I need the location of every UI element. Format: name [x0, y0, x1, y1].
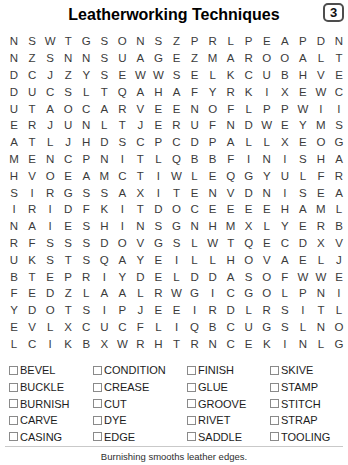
grid-cell-r9c3[interactable]: O	[41, 167, 59, 184]
grid-cell-r6c5[interactable]: N	[77, 117, 95, 134]
grid-cell-r18c19[interactable]: O	[330, 319, 348, 336]
grid-cell-r4c8[interactable]: A	[131, 83, 149, 100]
grid-cell-r4c5[interactable]: L	[77, 83, 95, 100]
grid-cell-r19c16[interactable]: I	[276, 335, 294, 352]
grid-cell-r11c10[interactable]: O	[167, 201, 185, 218]
grid-cell-r5c15[interactable]: P	[258, 100, 276, 117]
grid-cell-r15c11[interactable]: D	[186, 268, 204, 285]
grid-cell-r10c2[interactable]: I	[23, 184, 41, 201]
grid-cell-r4c18[interactable]: W	[312, 83, 330, 100]
grid-cell-r12c17[interactable]: E	[294, 218, 312, 235]
grid-cell-r2c19[interactable]: T	[330, 50, 348, 67]
grid-cell-r15c3[interactable]: E	[41, 268, 59, 285]
grid-cell-r15c19[interactable]: E	[330, 268, 348, 285]
grid-cell-r9c4[interactable]: E	[59, 167, 77, 184]
grid-cell-r11c17[interactable]: A	[294, 201, 312, 218]
grid-cell-r19c8[interactable]: R	[131, 335, 149, 352]
grid-cell-r5c18[interactable]: I	[312, 100, 330, 117]
grid-cell-r6c8[interactable]: J	[131, 117, 149, 134]
grid-cell-r5c5[interactable]: C	[77, 100, 95, 117]
grid-cell-r5c11[interactable]: N	[186, 100, 204, 117]
grid-cell-r3c13[interactable]: K	[222, 67, 240, 84]
grid-cell-r19c6[interactable]: X	[95, 335, 113, 352]
grid-cell-r7c14[interactable]: L	[240, 134, 258, 151]
grid-cell-r12c9[interactable]: S	[149, 218, 167, 235]
grid-cell-r8c13[interactable]: F	[222, 151, 240, 168]
grid-cell-r17c11[interactable]: I	[186, 302, 204, 319]
grid-cell-r19c13[interactable]: C	[222, 335, 240, 352]
grid-cell-r15c15[interactable]: O	[258, 268, 276, 285]
grid-cell-r10c4[interactable]: G	[59, 184, 77, 201]
grid-cell-r3c2[interactable]: C	[23, 67, 41, 84]
grid-cell-r19c11[interactable]: R	[186, 335, 204, 352]
grid-cell-r8c16[interactable]: I	[276, 151, 294, 168]
grid-cell-r10c15[interactable]: N	[258, 184, 276, 201]
grid-cell-r4c2[interactable]: U	[23, 83, 41, 100]
grid-cell-r17c6[interactable]: I	[95, 302, 113, 319]
grid-cell-r11c6[interactable]: K	[95, 201, 113, 218]
word-checkbox-casing[interactable]	[9, 432, 18, 441]
grid-cell-r2c12[interactable]: M	[204, 50, 222, 67]
grid-cell-r3c15[interactable]: U	[258, 67, 276, 84]
grid-cell-r3c8[interactable]: W	[131, 67, 149, 84]
grid-cell-r5c12[interactable]: O	[204, 100, 222, 117]
grid-cell-r10c13[interactable]: V	[222, 184, 240, 201]
grid-cell-r16c4[interactable]: Z	[59, 285, 77, 302]
grid-cell-r15c4[interactable]: P	[59, 268, 77, 285]
grid-cell-r5c10[interactable]: E	[167, 100, 185, 117]
grid-cell-r1c11[interactable]: P	[186, 33, 204, 50]
grid-cell-r3c4[interactable]: Z	[59, 67, 77, 84]
grid-cell-r12c10[interactable]: G	[167, 218, 185, 235]
grid-cell-r11c1[interactable]: I	[5, 201, 23, 218]
grid-cell-r11c5[interactable]: F	[77, 201, 95, 218]
grid-cell-r8c17[interactable]: S	[294, 151, 312, 168]
grid-cell-r4c10[interactable]: A	[167, 83, 185, 100]
word-checkbox-groove[interactable]	[187, 399, 196, 408]
grid-cell-r11c7[interactable]: I	[113, 201, 131, 218]
grid-cell-r8c11[interactable]: B	[186, 151, 204, 168]
grid-cell-r19c19[interactable]: G	[330, 335, 348, 352]
grid-cell-r5c1[interactable]: U	[5, 100, 23, 117]
grid-cell-r2c18[interactable]: L	[312, 50, 330, 67]
grid-cell-r5c6[interactable]: A	[95, 100, 113, 117]
word-checkbox-edge[interactable]	[93, 432, 102, 441]
grid-cell-r1c8[interactable]: N	[131, 33, 149, 50]
grid-cell-r1c14[interactable]: P	[240, 33, 258, 50]
grid-cell-r6c19[interactable]: S	[330, 117, 348, 134]
grid-cell-r18c8[interactable]: F	[131, 319, 149, 336]
grid-cell-r7c18[interactable]: O	[312, 134, 330, 151]
grid-cell-r19c15[interactable]: K	[258, 335, 276, 352]
grid-cell-r12c19[interactable]: B	[330, 218, 348, 235]
grid-cell-r1c10[interactable]: Z	[167, 33, 185, 50]
grid-cell-r14c14[interactable]: O	[240, 251, 258, 268]
grid-cell-r7c10[interactable]: C	[167, 134, 185, 151]
grid-cell-r16c18[interactable]: N	[312, 285, 330, 302]
grid-cell-r18c2[interactable]: V	[23, 319, 41, 336]
grid-cell-r4c7[interactable]: Q	[113, 83, 131, 100]
word-checkbox-condition[interactable]	[93, 366, 102, 375]
grid-cell-r19c9[interactable]: H	[149, 335, 167, 352]
grid-cell-r6c16[interactable]: E	[276, 117, 294, 134]
grid-cell-r6c2[interactable]: R	[23, 117, 41, 134]
grid-cell-r1c18[interactable]: D	[312, 33, 330, 50]
grid-cell-r18c1[interactable]: E	[5, 319, 23, 336]
grid-cell-r16c7[interactable]: A	[113, 285, 131, 302]
word-checkbox-carve[interactable]	[9, 416, 18, 425]
grid-cell-r18c17[interactable]: L	[294, 319, 312, 336]
grid-cell-r7c19[interactable]: G	[330, 134, 348, 151]
grid-cell-r5c19[interactable]: I	[330, 100, 348, 117]
grid-cell-r13c12[interactable]: W	[204, 235, 222, 252]
grid-cell-r19c18[interactable]: L	[312, 335, 330, 352]
grid-cell-r12c4[interactable]: E	[59, 218, 77, 235]
grid-cell-r18c4[interactable]: X	[59, 319, 77, 336]
grid-cell-r19c5[interactable]: B	[77, 335, 95, 352]
grid-cell-r3c3[interactable]: J	[41, 67, 59, 84]
grid-cell-r1c15[interactable]: E	[258, 33, 276, 50]
grid-cell-r10c11[interactable]: E	[186, 184, 204, 201]
grid-cell-r5c3[interactable]: A	[41, 100, 59, 117]
grid-cell-r7c7[interactable]: S	[113, 134, 131, 151]
grid-cell-r3c6[interactable]: S	[95, 67, 113, 84]
grid-cell-r6c7[interactable]: T	[113, 117, 131, 134]
grid-cell-r8c7[interactable]: I	[113, 151, 131, 168]
grid-cell-r11c13[interactable]: E	[222, 201, 240, 218]
grid-cell-r5c17[interactable]: W	[294, 100, 312, 117]
grid-cell-r8c19[interactable]: A	[330, 151, 348, 168]
grid-cell-r11c9[interactable]: D	[149, 201, 167, 218]
grid-cell-r9c11[interactable]: L	[186, 167, 204, 184]
grid-cell-r13c10[interactable]: S	[167, 235, 185, 252]
grid-cell-r19c7[interactable]: W	[113, 335, 131, 352]
grid-cell-r2c3[interactable]: S	[41, 50, 59, 67]
grid-cell-r4c14[interactable]: K	[240, 83, 258, 100]
grid-cell-r13c19[interactable]: V	[330, 235, 348, 252]
grid-cell-r15c7[interactable]: Y	[113, 268, 131, 285]
word-checkbox-stitch[interactable]	[270, 399, 279, 408]
grid-cell-r13c16[interactable]: C	[276, 235, 294, 252]
grid-cell-r17c16[interactable]: S	[276, 302, 294, 319]
grid-cell-r5c2[interactable]: T	[23, 100, 41, 117]
grid-cell-r15c1[interactable]: B	[5, 268, 23, 285]
grid-cell-r7c4[interactable]: J	[59, 134, 77, 151]
grid-cell-r12c1[interactable]: N	[5, 218, 23, 235]
grid-cell-r17c10[interactable]: E	[167, 302, 185, 319]
grid-cell-r14c16[interactable]: A	[276, 251, 294, 268]
grid-cell-r6c11[interactable]: U	[186, 117, 204, 134]
grid-cell-r14c6[interactable]: Q	[95, 251, 113, 268]
grid-cell-r9c8[interactable]: T	[131, 167, 149, 184]
grid-cell-r3c9[interactable]: W	[149, 67, 167, 84]
grid-cell-r3c17[interactable]: H	[294, 67, 312, 84]
word-checkbox-crease[interactable]	[93, 383, 102, 392]
grid-cell-r15c6[interactable]: I	[95, 268, 113, 285]
grid-cell-r7c13[interactable]: A	[222, 134, 240, 151]
word-checkbox-bevel[interactable]	[9, 366, 18, 375]
grid-cell-r16c14[interactable]: G	[240, 285, 258, 302]
grid-cell-r15c2[interactable]: T	[23, 268, 41, 285]
grid-cell-r16c6[interactable]: A	[95, 285, 113, 302]
grid-cell-r3c14[interactable]: C	[240, 67, 258, 84]
grid-cell-r12c2[interactable]: A	[23, 218, 41, 235]
grid-cell-r6c4[interactable]: U	[59, 117, 77, 134]
grid-cell-r9c18[interactable]: F	[312, 167, 330, 184]
word-checkbox-glue[interactable]	[187, 383, 196, 392]
grid-cell-r1c17[interactable]: P	[294, 33, 312, 50]
grid-cell-r9c6[interactable]: M	[95, 167, 113, 184]
grid-cell-r7c11[interactable]: D	[186, 134, 204, 151]
word-checkbox-saddle[interactable]	[187, 432, 196, 441]
grid-cell-r18c7[interactable]: C	[113, 319, 131, 336]
grid-cell-r12c18[interactable]: R	[312, 218, 330, 235]
grid-cell-r16c3[interactable]: D	[41, 285, 59, 302]
grid-cell-r16c10[interactable]: W	[167, 285, 185, 302]
grid-cell-r6c13[interactable]: N	[222, 117, 240, 134]
grid-cell-r11c8[interactable]: T	[131, 201, 149, 218]
grid-cell-r14c19[interactable]: J	[330, 251, 348, 268]
grid-cell-r12c3[interactable]: I	[41, 218, 59, 235]
grid-cell-r9c14[interactable]: G	[240, 167, 258, 184]
grid-cell-r2c5[interactable]: N	[77, 50, 95, 67]
grid-cell-r9c1[interactable]: H	[5, 167, 23, 184]
grid-cell-r8c9[interactable]: L	[149, 151, 167, 168]
grid-cell-r12c15[interactable]: L	[258, 218, 276, 235]
grid-cell-r12c14[interactable]: X	[240, 218, 258, 235]
grid-cell-r10c8[interactable]: X	[131, 184, 149, 201]
grid-cell-r10c6[interactable]: S	[95, 184, 113, 201]
grid-cell-r6c15[interactable]: W	[258, 117, 276, 134]
grid-cell-r11c18[interactable]: M	[312, 201, 330, 218]
grid-cell-r18c11[interactable]: Q	[186, 319, 204, 336]
grid-cell-r17c9[interactable]: E	[149, 302, 167, 319]
grid-cell-r13c14[interactable]: Q	[240, 235, 258, 252]
grid-cell-r10c1[interactable]: S	[5, 184, 23, 201]
grid-cell-r14c2[interactable]: K	[23, 251, 41, 268]
grid-cell-r11c11[interactable]: C	[186, 201, 204, 218]
grid-cell-r13c3[interactable]: S	[41, 235, 59, 252]
grid-cell-r7c5[interactable]: H	[77, 134, 95, 151]
grid-cell-r14c18[interactable]: L	[312, 251, 330, 268]
grid-cell-r2c10[interactable]: E	[167, 50, 185, 67]
grid-cell-r8c5[interactable]: P	[77, 151, 95, 168]
grid-cell-r18c9[interactable]: L	[149, 319, 167, 336]
grid-cell-r2c2[interactable]: Z	[23, 50, 41, 67]
grid-cell-r5c14[interactable]: L	[240, 100, 258, 117]
grid-cell-r19c17[interactable]: N	[294, 335, 312, 352]
grid-cell-r10c10[interactable]: T	[167, 184, 185, 201]
grid-cell-r12c5[interactable]: S	[77, 218, 95, 235]
grid-cell-r11c16[interactable]: H	[276, 201, 294, 218]
grid-cell-r12c12[interactable]: H	[204, 218, 222, 235]
grid-cell-r17c4[interactable]: T	[59, 302, 77, 319]
grid-cell-r11c15[interactable]: E	[258, 201, 276, 218]
grid-cell-r6c9[interactable]: E	[149, 117, 167, 134]
grid-cell-r11c3[interactable]: I	[41, 201, 59, 218]
grid-cell-r2c7[interactable]: U	[113, 50, 131, 67]
grid-cell-r13c9[interactable]: G	[149, 235, 167, 252]
grid-cell-r9c13[interactable]: Q	[222, 167, 240, 184]
grid-cell-r9c10[interactable]: W	[167, 167, 185, 184]
grid-cell-r7c1[interactable]: A	[5, 134, 23, 151]
grid-cell-r19c3[interactable]: I	[41, 335, 59, 352]
grid-cell-r4c16[interactable]: X	[276, 83, 294, 100]
grid-cell-r14c12[interactable]: L	[204, 251, 222, 268]
grid-cell-r17c13[interactable]: D	[222, 302, 240, 319]
grid-cell-r9c5[interactable]: A	[77, 167, 95, 184]
grid-cell-r2c6[interactable]: S	[95, 50, 113, 67]
grid-cell-r3c5[interactable]: Y	[77, 67, 95, 84]
grid-cell-r8c3[interactable]: N	[41, 151, 59, 168]
grid-cell-r1c9[interactable]: S	[149, 33, 167, 50]
grid-cell-r10c12[interactable]: N	[204, 184, 222, 201]
grid-cell-r3c10[interactable]: S	[167, 67, 185, 84]
grid-cell-r6c18[interactable]: M	[312, 117, 330, 134]
grid-cell-r5c13[interactable]: F	[222, 100, 240, 117]
grid-cell-r7c12[interactable]: P	[204, 134, 222, 151]
grid-cell-r5c16[interactable]: P	[276, 100, 294, 117]
grid-cell-r3c19[interactable]: E	[330, 67, 348, 84]
grid-cell-r17c1[interactable]: Y	[5, 302, 23, 319]
grid-cell-r3c1[interactable]: D	[5, 67, 23, 84]
grid-cell-r4c3[interactable]: C	[41, 83, 59, 100]
grid-cell-r10c18[interactable]: E	[312, 184, 330, 201]
grid-cell-r7c16[interactable]: X	[276, 134, 294, 151]
grid-cell-r5c4[interactable]: O	[59, 100, 77, 117]
grid-cell-r9c16[interactable]: U	[276, 167, 294, 184]
grid-cell-r2c8[interactable]: A	[131, 50, 149, 67]
grid-cell-r4c17[interactable]: E	[294, 83, 312, 100]
grid-cell-r9c17[interactable]: L	[294, 167, 312, 184]
grid-cell-r11c12[interactable]: E	[204, 201, 222, 218]
grid-cell-r12c11[interactable]: N	[186, 218, 204, 235]
grid-cell-r15c14[interactable]: S	[240, 268, 258, 285]
grid-cell-r4c12[interactable]: Y	[204, 83, 222, 100]
grid-cell-r19c4[interactable]: K	[59, 335, 77, 352]
grid-cell-r13c11[interactable]: L	[186, 235, 204, 252]
grid-cell-r16c1[interactable]: F	[5, 285, 23, 302]
grid-cell-r19c1[interactable]: L	[5, 335, 23, 352]
grid-cell-r1c1[interactable]: N	[5, 33, 23, 50]
grid-cell-r7c8[interactable]: C	[131, 134, 149, 151]
grid-cell-r17c15[interactable]: R	[258, 302, 276, 319]
grid-cell-r15c9[interactable]: E	[149, 268, 167, 285]
grid-cell-r15c17[interactable]: W	[294, 268, 312, 285]
grid-cell-r12c6[interactable]: H	[95, 218, 113, 235]
grid-cell-r17c19[interactable]: L	[330, 302, 348, 319]
grid-cell-r15c18[interactable]: W	[312, 268, 330, 285]
grid-cell-r4c15[interactable]: I	[258, 83, 276, 100]
grid-cell-r15c12[interactable]: D	[204, 268, 222, 285]
grid-cell-r16c12[interactable]: I	[204, 285, 222, 302]
grid-cell-r8c8[interactable]: T	[131, 151, 149, 168]
grid-cell-r19c10[interactable]: T	[167, 335, 185, 352]
grid-cell-r6c10[interactable]: R	[167, 117, 185, 134]
grid-cell-r15c10[interactable]: L	[167, 268, 185, 285]
word-checkbox-dye[interactable]	[93, 416, 102, 425]
word-checkbox-buckle[interactable]	[9, 383, 18, 392]
grid-cell-r1c6[interactable]: S	[95, 33, 113, 50]
grid-cell-r16c15[interactable]: O	[258, 285, 276, 302]
grid-cell-r1c16[interactable]: A	[276, 33, 294, 50]
grid-cell-r13c7[interactable]: O	[113, 235, 131, 252]
grid-cell-r4c13[interactable]: R	[222, 83, 240, 100]
grid-cell-r13c1[interactable]: R	[5, 235, 23, 252]
grid-cell-r2c11[interactable]: Z	[186, 50, 204, 67]
grid-cell-r14c15[interactable]: V	[258, 251, 276, 268]
grid-cell-r4c11[interactable]: F	[186, 83, 204, 100]
grid-cell-r15c16[interactable]: F	[276, 268, 294, 285]
grid-cell-r11c4[interactable]: D	[59, 201, 77, 218]
grid-cell-r10c3[interactable]: R	[41, 184, 59, 201]
grid-cell-r5c8[interactable]: V	[131, 100, 149, 117]
grid-cell-r15c8[interactable]: D	[131, 268, 149, 285]
grid-cell-r6c3[interactable]: J	[41, 117, 59, 134]
grid-cell-r18c6[interactable]: U	[95, 319, 113, 336]
grid-cell-r3c12[interactable]: L	[204, 67, 222, 84]
grid-cell-r18c15[interactable]: G	[258, 319, 276, 336]
grid-cell-r14c11[interactable]: L	[186, 251, 204, 268]
grid-cell-r3c18[interactable]: V	[312, 67, 330, 84]
grid-cell-r10c17[interactable]: S	[294, 184, 312, 201]
grid-cell-r8c14[interactable]: I	[240, 151, 258, 168]
grid-cell-r16c17[interactable]: P	[294, 285, 312, 302]
grid-cell-r18c13[interactable]: C	[222, 319, 240, 336]
grid-cell-r2c16[interactable]: O	[276, 50, 294, 67]
grid-cell-r16c19[interactable]: I	[330, 285, 348, 302]
grid-cell-r16c16[interactable]: L	[276, 285, 294, 302]
grid-cell-r14c9[interactable]: E	[149, 251, 167, 268]
grid-cell-r7c3[interactable]: L	[41, 134, 59, 151]
grid-cell-r8c2[interactable]: E	[23, 151, 41, 168]
grid-cell-r2c14[interactable]: R	[240, 50, 258, 67]
grid-cell-r17c5[interactable]: S	[77, 302, 95, 319]
word-checkbox-tooling[interactable]	[270, 432, 279, 441]
grid-cell-r13c5[interactable]: S	[77, 235, 95, 252]
grid-cell-r1c2[interactable]: S	[23, 33, 41, 50]
grid-cell-r18c12[interactable]: B	[204, 319, 222, 336]
grid-cell-r13c6[interactable]: D	[95, 235, 113, 252]
grid-cell-r12c7[interactable]: I	[113, 218, 131, 235]
grid-cell-r10c19[interactable]: A	[330, 184, 348, 201]
grid-cell-r1c4[interactable]: T	[59, 33, 77, 50]
grid-cell-r16c9[interactable]: R	[149, 285, 167, 302]
grid-cell-r12c8[interactable]: N	[131, 218, 149, 235]
grid-cell-r13c4[interactable]: S	[59, 235, 77, 252]
grid-cell-r11c19[interactable]: L	[330, 201, 348, 218]
word-checkbox-strap[interactable]	[270, 416, 279, 425]
grid-cell-r12c13[interactable]: M	[222, 218, 240, 235]
grid-cell-r18c3[interactable]: L	[41, 319, 59, 336]
grid-cell-r1c13[interactable]: L	[222, 33, 240, 50]
grid-cell-r2c17[interactable]: A	[294, 50, 312, 67]
grid-cell-r5c9[interactable]: E	[149, 100, 167, 117]
grid-cell-r8c10[interactable]: Q	[167, 151, 185, 168]
grid-cell-r7c9[interactable]: P	[149, 134, 167, 151]
grid-cell-r7c6[interactable]: D	[95, 134, 113, 151]
grid-cell-r6c1[interactable]: E	[5, 117, 23, 134]
grid-cell-r17c14[interactable]: L	[240, 302, 258, 319]
word-checkbox-stamp[interactable]	[270, 383, 279, 392]
word-checkbox-finish[interactable]	[187, 366, 196, 375]
letter-grid[interactable]: NSWTGSONSZPRLPEAPDNNZSNNSUAGEZMAROOALTDC…	[5, 33, 348, 352]
grid-cell-r1c12[interactable]: R	[204, 33, 222, 50]
grid-cell-r2c4[interactable]: N	[59, 50, 77, 67]
grid-cell-r8c1[interactable]: M	[5, 151, 23, 168]
grid-cell-r5c7[interactable]: R	[113, 100, 131, 117]
grid-cell-r15c5[interactable]: R	[77, 268, 95, 285]
